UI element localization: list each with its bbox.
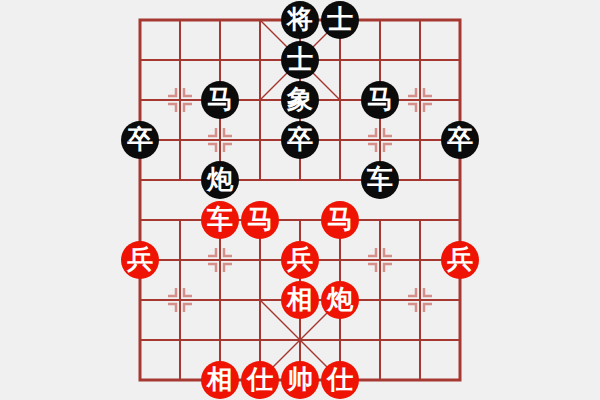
piece-black-advisor[interactable]: 士: [281, 41, 319, 79]
piece-red-soldier[interactable]: 兵: [121, 241, 159, 279]
piece-red-horse[interactable]: 马: [321, 201, 359, 239]
piece-red-soldier[interactable]: 兵: [281, 241, 319, 279]
piece-red-general[interactable]: 帅: [281, 361, 319, 399]
piece-red-chariot[interactable]: 车: [201, 201, 239, 239]
piece-red-advisor[interactable]: 仕: [241, 361, 279, 399]
piece-black-cannon[interactable]: 炮: [201, 161, 239, 199]
piece-red-elephant[interactable]: 相: [281, 281, 319, 319]
piece-black-chariot[interactable]: 车: [361, 161, 399, 199]
piece-red-horse[interactable]: 马: [241, 201, 279, 239]
piece-red-advisor[interactable]: 仕: [321, 361, 359, 399]
piece-black-horse[interactable]: 马: [361, 81, 399, 119]
piece-red-cannon[interactable]: 炮: [321, 281, 359, 319]
piece-black-soldier[interactable]: 卒: [441, 121, 479, 159]
piece-red-soldier[interactable]: 兵: [441, 241, 479, 279]
piece-black-general[interactable]: 将: [281, 1, 319, 39]
xiangqi-board-screen: 将士士象马马卒卒卒炮车车马马兵兵兵相炮相仕帅仕: [0, 0, 600, 400]
board-grid[interactable]: 将士士象马马卒卒卒炮车车马马兵兵兵相炮相仕帅仕: [120, 0, 480, 400]
piece-black-horse[interactable]: 马: [201, 81, 239, 119]
piece-black-advisor[interactable]: 士: [321, 1, 359, 39]
piece-red-elephant[interactable]: 相: [201, 361, 239, 399]
piece-black-soldier[interactable]: 卒: [121, 121, 159, 159]
piece-black-soldier[interactable]: 卒: [281, 121, 319, 159]
piece-black-elephant[interactable]: 象: [281, 81, 319, 119]
